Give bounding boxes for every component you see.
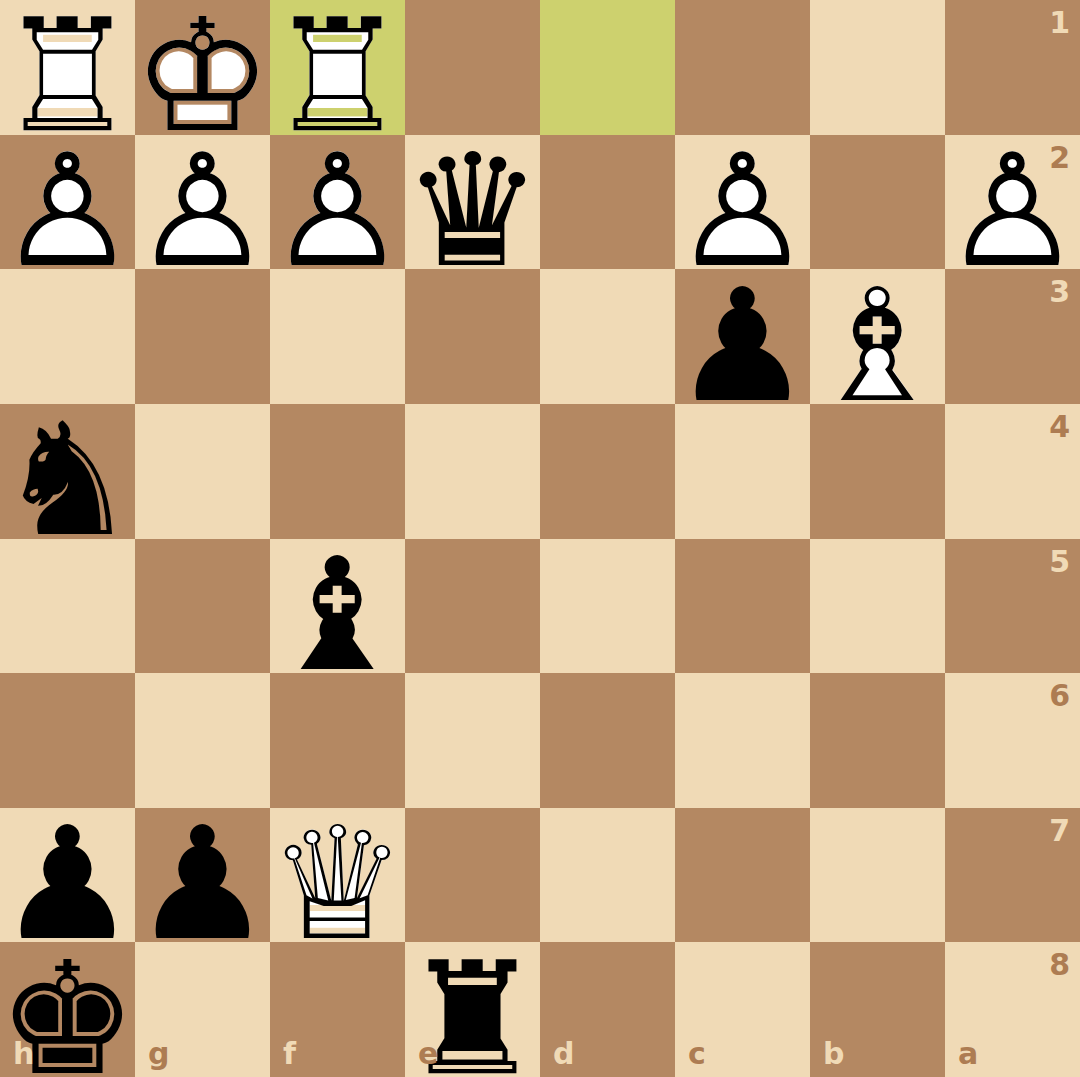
square-h5[interactable]: [0, 539, 135, 674]
square-g7[interactable]: ♟: [135, 808, 270, 943]
square-b2[interactable]: [810, 135, 945, 270]
rank-label-7: 7: [1049, 816, 1070, 846]
square-b3[interactable]: ♝♗: [810, 269, 945, 404]
square-g1[interactable]: ♚♔: [135, 0, 270, 135]
square-e3[interactable]: [405, 269, 540, 404]
square-a6[interactable]: 6: [945, 673, 1080, 808]
square-c6[interactable]: [675, 673, 810, 808]
square-c3[interactable]: ♟: [675, 269, 810, 404]
square-a4[interactable]: 4: [945, 404, 1080, 539]
square-f6[interactable]: [270, 673, 405, 808]
black-knight[interactable]: ♞: [0, 404, 135, 539]
file-label-b: b: [823, 1039, 844, 1069]
rank-label-2: 2: [1049, 143, 1070, 173]
square-e7[interactable]: [405, 808, 540, 943]
black-pawn[interactable]: ♟: [0, 808, 135, 943]
square-a3[interactable]: 3: [945, 269, 1080, 404]
rank-label-8: 8: [1049, 950, 1070, 980]
square-a7[interactable]: 7: [945, 808, 1080, 943]
square-e4[interactable]: [405, 404, 540, 539]
white-king[interactable]: ♚♔: [135, 0, 270, 135]
square-d5[interactable]: [540, 539, 675, 674]
black-pawn-glyph: ♟: [675, 278, 810, 413]
white-bishop[interactable]: ♝♗: [810, 269, 945, 404]
square-h2[interactable]: ♟♙: [0, 135, 135, 270]
square-d4[interactable]: [540, 404, 675, 539]
square-f7[interactable]: ♛♕: [270, 808, 405, 943]
square-b7[interactable]: [810, 808, 945, 943]
white-queen[interactable]: ♛♕: [270, 808, 405, 943]
square-d6[interactable]: [540, 673, 675, 808]
square-f4[interactable]: [270, 404, 405, 539]
square-b1[interactable]: [810, 0, 945, 135]
white-pawn-outline: ♙: [135, 144, 270, 279]
square-h1[interactable]: ♜♖: [0, 0, 135, 135]
white-bishop-outline: ♗: [810, 278, 945, 413]
square-c4[interactable]: [675, 404, 810, 539]
rank-label-3: 3: [1049, 277, 1070, 307]
square-b8[interactable]: b: [810, 942, 945, 1077]
square-a2[interactable]: ♟♙2: [945, 135, 1080, 270]
black-queen[interactable]: ♛: [405, 135, 540, 270]
square-d8[interactable]: d: [540, 942, 675, 1077]
square-g4[interactable]: [135, 404, 270, 539]
square-g6[interactable]: [135, 673, 270, 808]
square-f1[interactable]: ♜♖: [270, 0, 405, 135]
square-c2[interactable]: ♟♙: [675, 135, 810, 270]
square-e8[interactable]: ♜e: [405, 942, 540, 1077]
square-e5[interactable]: [405, 539, 540, 674]
chess-board: ♜♖♚♔♜♖1♟♙♟♙♟♙♛♟♙♟♙2♟♝♗3♞4♝56♟♟♛♕7♚hgf♜ed…: [0, 0, 1080, 1077]
square-b6[interactable]: [810, 673, 945, 808]
square-a1[interactable]: 1: [945, 0, 1080, 135]
square-f2[interactable]: ♟♙: [270, 135, 405, 270]
square-f8[interactable]: f: [270, 942, 405, 1077]
black-pawn[interactable]: ♟: [135, 808, 270, 943]
square-h8[interactable]: ♚h: [0, 942, 135, 1077]
white-pawn-outline: ♙: [0, 144, 135, 279]
file-label-e: e: [418, 1039, 438, 1069]
file-label-d: d: [553, 1039, 574, 1069]
white-pawn[interactable]: ♟♙: [135, 135, 270, 270]
file-label-h: h: [13, 1039, 34, 1069]
square-d7[interactable]: [540, 808, 675, 943]
rank-label-5: 5: [1049, 547, 1070, 577]
square-h4[interactable]: ♞: [0, 404, 135, 539]
square-b5[interactable]: [810, 539, 945, 674]
white-rook[interactable]: ♜♖: [270, 0, 405, 135]
file-label-a: a: [958, 1039, 978, 1069]
rank-label-4: 4: [1049, 412, 1070, 442]
square-g2[interactable]: ♟♙: [135, 135, 270, 270]
square-b4[interactable]: [810, 404, 945, 539]
square-f3[interactable]: [270, 269, 405, 404]
square-e2[interactable]: ♛: [405, 135, 540, 270]
rank-label-6: 6: [1049, 681, 1070, 711]
file-label-g: g: [148, 1039, 169, 1069]
square-a8[interactable]: 8a: [945, 942, 1080, 1077]
black-knight-glyph: ♞: [0, 413, 135, 548]
black-pawn-glyph: ♟: [135, 817, 270, 952]
square-h3[interactable]: [0, 269, 135, 404]
square-g8[interactable]: g: [135, 942, 270, 1077]
white-pawn[interactable]: ♟♙: [270, 135, 405, 270]
square-c8[interactable]: c: [675, 942, 810, 1077]
file-label-c: c: [688, 1039, 706, 1069]
rank-label-1: 1: [1049, 8, 1070, 38]
white-rook[interactable]: ♜♖: [0, 0, 135, 135]
square-f5[interactable]: ♝: [270, 539, 405, 674]
square-e1[interactable]: [405, 0, 540, 135]
black-bishop[interactable]: ♝: [270, 539, 405, 674]
square-d3[interactable]: [540, 269, 675, 404]
square-h7[interactable]: ♟: [0, 808, 135, 943]
square-d2[interactable]: [540, 135, 675, 270]
black-bishop-glyph: ♝: [270, 548, 405, 683]
black-queen-glyph: ♛: [405, 144, 540, 279]
black-pawn[interactable]: ♟: [675, 269, 810, 404]
square-c7[interactable]: [675, 808, 810, 943]
square-c1[interactable]: [675, 0, 810, 135]
square-h6[interactable]: [0, 673, 135, 808]
square-e6[interactable]: [405, 673, 540, 808]
file-label-f: f: [283, 1039, 296, 1069]
square-c5[interactable]: [675, 539, 810, 674]
square-d1[interactable]: [540, 0, 675, 135]
white-pawn[interactable]: ♟♙: [675, 135, 810, 270]
white-queen-outline: ♕: [270, 817, 405, 952]
white-pawn-outline: ♙: [270, 144, 405, 279]
square-g5[interactable]: [135, 539, 270, 674]
square-g3[interactable]: [135, 269, 270, 404]
white-pawn[interactable]: ♟♙: [0, 135, 135, 270]
square-a5[interactable]: 5: [945, 539, 1080, 674]
